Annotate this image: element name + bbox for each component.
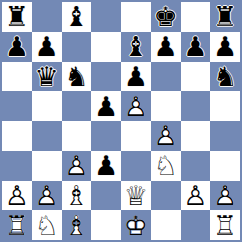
piece-outline-layer: ♘ (151, 151, 181, 181)
square-c4[interactable] (62, 121, 92, 151)
square-b8[interactable] (32, 2, 62, 32)
white-queen-piece[interactable]: ♛♕ (121, 181, 151, 211)
square-d1[interactable] (91, 210, 121, 240)
square-h1[interactable]: ♜♖ (210, 210, 240, 240)
piece-outline-layer: ♙ (62, 151, 92, 181)
white-pawn-piece[interactable]: ♟♙ (121, 91, 151, 121)
square-c5[interactable] (62, 91, 92, 121)
piece-outline-layer: ♗ (62, 210, 92, 240)
square-g5[interactable] (181, 91, 211, 121)
square-e3[interactable] (121, 151, 151, 181)
square-a1[interactable]: ♜♖ (2, 210, 32, 240)
square-f2[interactable] (151, 181, 181, 211)
square-d6[interactable] (91, 62, 121, 92)
square-f8[interactable]: ♚ (151, 2, 181, 32)
black-king-piece[interactable]: ♚ (151, 2, 181, 32)
piece-outline-layer: ♕ (121, 181, 151, 211)
white-rook-piece[interactable]: ♜♖ (210, 210, 240, 240)
white-pawn-piece[interactable]: ♟♙ (32, 181, 62, 211)
square-f5[interactable] (151, 91, 181, 121)
piece-outline-layer: ♔ (121, 210, 151, 240)
square-d2[interactable] (91, 181, 121, 211)
square-c6[interactable]: ♞ (62, 62, 92, 92)
black-rook-piece[interactable]: ♜ (2, 2, 32, 32)
square-f4[interactable]: ♟♙ (151, 121, 181, 151)
black-pawn-piece[interactable]: ♟ (181, 32, 211, 62)
white-pawn-piece[interactable]: ♟♙ (62, 151, 92, 181)
square-g1[interactable] (181, 210, 211, 240)
square-d5[interactable]: ♟ (91, 91, 121, 121)
square-e2[interactable]: ♛♕ (121, 181, 151, 211)
chess-board: ♜♝♚♜♟♟♝♟♟♟♛♞♟♞♟♟♙♟♙♟♙♟♞♘♟♙♟♙♝♗♛♕♟♙♟♙♜♖♞♘… (0, 0, 242, 242)
square-e5[interactable]: ♟♙ (121, 91, 151, 121)
black-pawn-piece[interactable]: ♟ (210, 32, 240, 62)
black-bishop-piece[interactable]: ♝ (121, 32, 151, 62)
square-h6[interactable]: ♞ (210, 62, 240, 92)
square-d3[interactable]: ♟ (91, 151, 121, 181)
piece-outline-layer: ♘ (32, 210, 62, 240)
black-knight-piece[interactable]: ♞ (62, 62, 92, 92)
square-e8[interactable] (121, 2, 151, 32)
square-h7[interactable]: ♟ (210, 32, 240, 62)
piece-outline-layer: ♖ (210, 210, 240, 240)
square-b5[interactable] (32, 91, 62, 121)
square-a5[interactable] (2, 91, 32, 121)
piece-outline-layer: ♙ (121, 91, 151, 121)
square-e4[interactable] (121, 121, 151, 151)
white-knight-piece[interactable]: ♞♘ (151, 151, 181, 181)
square-d7[interactable] (91, 32, 121, 62)
black-knight-piece[interactable]: ♞ (210, 62, 240, 92)
black-pawn-piece[interactable]: ♟ (121, 62, 151, 92)
white-bishop-piece[interactable]: ♝♗ (62, 181, 92, 211)
white-pawn-piece[interactable]: ♟♙ (2, 181, 32, 211)
piece-outline-layer: ♙ (181, 181, 211, 211)
square-h5[interactable] (210, 91, 240, 121)
square-g2[interactable]: ♟♙ (181, 181, 211, 211)
square-a7[interactable]: ♟ (2, 32, 32, 62)
square-a6[interactable] (2, 62, 32, 92)
square-f1[interactable] (151, 210, 181, 240)
black-queen-piece[interactable]: ♛ (32, 62, 62, 92)
square-g3[interactable] (181, 151, 211, 181)
square-b7[interactable]: ♟ (32, 32, 62, 62)
square-g8[interactable] (181, 2, 211, 32)
square-f7[interactable]: ♟ (151, 32, 181, 62)
square-d8[interactable] (91, 2, 121, 32)
piece-outline-layer: ♙ (151, 121, 181, 151)
piece-outline-layer: ♙ (2, 181, 32, 211)
square-c1[interactable]: ♝♗ (62, 210, 92, 240)
square-b4[interactable] (32, 121, 62, 151)
white-pawn-piece[interactable]: ♟♙ (181, 181, 211, 211)
square-g7[interactable]: ♟ (181, 32, 211, 62)
square-h4[interactable] (210, 121, 240, 151)
white-rook-piece[interactable]: ♜♖ (2, 210, 32, 240)
black-pawn-piece[interactable]: ♟ (32, 32, 62, 62)
black-pawn-piece[interactable]: ♟ (91, 151, 121, 181)
piece-outline-layer: ♖ (2, 210, 32, 240)
white-king-piece[interactable]: ♚♔ (121, 210, 151, 240)
white-bishop-piece[interactable]: ♝♗ (62, 210, 92, 240)
square-a3[interactable] (2, 151, 32, 181)
square-e7[interactable]: ♝ (121, 32, 151, 62)
square-a2[interactable]: ♟♙ (2, 181, 32, 211)
square-h8[interactable]: ♜ (210, 2, 240, 32)
square-b3[interactable] (32, 151, 62, 181)
white-pawn-piece[interactable]: ♟♙ (210, 181, 240, 211)
piece-outline-layer: ♙ (32, 181, 62, 211)
square-g4[interactable] (181, 121, 211, 151)
black-pawn-piece[interactable]: ♟ (151, 32, 181, 62)
black-pawn-piece[interactable]: ♟ (91, 91, 121, 121)
square-b6[interactable]: ♛ (32, 62, 62, 92)
piece-outline-layer: ♗ (62, 181, 92, 211)
square-c2[interactable]: ♝♗ (62, 181, 92, 211)
square-b2[interactable]: ♟♙ (32, 181, 62, 211)
square-b1[interactable]: ♞♘ (32, 210, 62, 240)
black-bishop-piece[interactable]: ♝ (62, 2, 92, 32)
piece-outline-layer: ♙ (210, 181, 240, 211)
square-a4[interactable] (2, 121, 32, 151)
black-rook-piece[interactable]: ♜ (210, 2, 240, 32)
square-c3[interactable]: ♟♙ (62, 151, 92, 181)
square-h2[interactable]: ♟♙ (210, 181, 240, 211)
square-a8[interactable]: ♜ (2, 2, 32, 32)
white-pawn-piece[interactable]: ♟♙ (151, 121, 181, 151)
square-f6[interactable] (151, 62, 181, 92)
white-knight-piece[interactable]: ♞♘ (32, 210, 62, 240)
square-c8[interactable]: ♝ (62, 2, 92, 32)
square-d4[interactable] (91, 121, 121, 151)
square-e6[interactable]: ♟ (121, 62, 151, 92)
square-f3[interactable]: ♞♘ (151, 151, 181, 181)
square-e1[interactable]: ♚♔ (121, 210, 151, 240)
square-c7[interactable] (62, 32, 92, 62)
square-g6[interactable] (181, 62, 211, 92)
black-pawn-piece[interactable]: ♟ (2, 32, 32, 62)
square-h3[interactable] (210, 151, 240, 181)
